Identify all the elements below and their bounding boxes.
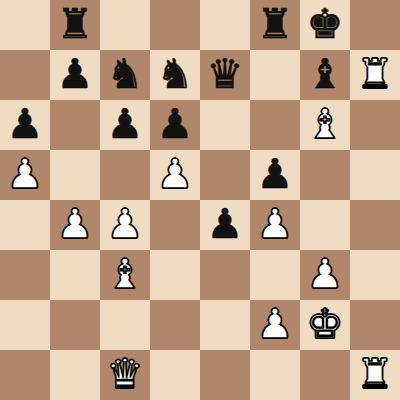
square-d1[interactable] xyxy=(150,350,200,400)
square-f2[interactable]: ♟ xyxy=(250,300,300,350)
black-pawn[interactable]: ♟ xyxy=(257,149,294,199)
square-h4[interactable] xyxy=(350,200,400,250)
square-f3[interactable] xyxy=(250,250,300,300)
square-d8[interactable] xyxy=(150,0,200,50)
square-a7[interactable] xyxy=(0,50,50,100)
square-h3[interactable] xyxy=(350,250,400,300)
white-king[interactable]: ♚ xyxy=(307,299,344,349)
square-d5[interactable]: ♟ xyxy=(150,150,200,200)
square-c7[interactable]: ♞ xyxy=(100,50,150,100)
black-bishop[interactable]: ♝ xyxy=(307,49,344,99)
square-b7[interactable]: ♟ xyxy=(50,50,100,100)
white-pawn[interactable]: ♟ xyxy=(307,249,344,299)
square-h7[interactable]: ♜ xyxy=(350,50,400,100)
square-b3[interactable] xyxy=(50,250,100,300)
black-queen[interactable]: ♛ xyxy=(207,49,244,99)
square-e8[interactable] xyxy=(200,0,250,50)
square-c5[interactable] xyxy=(100,150,150,200)
square-f7[interactable] xyxy=(250,50,300,100)
square-a1[interactable] xyxy=(0,350,50,400)
white-pawn[interactable]: ♟ xyxy=(257,299,294,349)
square-g4[interactable] xyxy=(300,200,350,250)
black-pawn[interactable]: ♟ xyxy=(107,99,144,149)
black-pawn[interactable]: ♟ xyxy=(157,99,194,149)
black-rook[interactable]: ♜ xyxy=(257,0,294,49)
square-b5[interactable] xyxy=(50,150,100,200)
square-e7[interactable]: ♛ xyxy=(200,50,250,100)
square-g8[interactable]: ♚ xyxy=(300,0,350,50)
square-a2[interactable] xyxy=(0,300,50,350)
black-king[interactable]: ♚ xyxy=(307,0,344,49)
black-pawn[interactable]: ♟ xyxy=(7,99,44,149)
square-g6[interactable]: ♝ xyxy=(300,100,350,150)
white-bishop[interactable]: ♝ xyxy=(107,249,144,299)
white-rook[interactable]: ♜ xyxy=(357,49,394,99)
square-b1[interactable] xyxy=(50,350,100,400)
square-d6[interactable]: ♟ xyxy=(150,100,200,150)
square-a6[interactable]: ♟ xyxy=(0,100,50,150)
square-b6[interactable] xyxy=(50,100,100,150)
white-bishop[interactable]: ♝ xyxy=(307,99,344,149)
square-f4[interactable]: ♟ xyxy=(250,200,300,250)
square-c2[interactable] xyxy=(100,300,150,350)
square-e5[interactable] xyxy=(200,150,250,200)
square-b4[interactable]: ♟ xyxy=(50,200,100,250)
black-knight[interactable]: ♞ xyxy=(157,49,194,99)
black-pawn[interactable]: ♟ xyxy=(207,199,244,249)
square-f1[interactable] xyxy=(250,350,300,400)
square-f5[interactable]: ♟ xyxy=(250,150,300,200)
square-b8[interactable]: ♜ xyxy=(50,0,100,50)
square-h1[interactable]: ♜ xyxy=(350,350,400,400)
square-c8[interactable] xyxy=(100,0,150,50)
white-pawn[interactable]: ♟ xyxy=(107,199,144,249)
square-g3[interactable]: ♟ xyxy=(300,250,350,300)
chess-board: ♜♜♚♟♞♞♛♝♜♟♟♟♝♟♟♟♟♟♟♟♝♟♟♚♛♜ xyxy=(0,0,400,400)
square-a8[interactable] xyxy=(0,0,50,50)
black-rook[interactable]: ♜ xyxy=(57,0,94,49)
square-e6[interactable] xyxy=(200,100,250,150)
square-g2[interactable]: ♚ xyxy=(300,300,350,350)
square-h2[interactable] xyxy=(350,300,400,350)
white-pawn[interactable]: ♟ xyxy=(257,199,294,249)
white-pawn[interactable]: ♟ xyxy=(157,149,194,199)
square-e1[interactable] xyxy=(200,350,250,400)
square-f8[interactable]: ♜ xyxy=(250,0,300,50)
square-e3[interactable] xyxy=(200,250,250,300)
square-d4[interactable] xyxy=(150,200,200,250)
white-pawn[interactable]: ♟ xyxy=(7,149,44,199)
square-e4[interactable]: ♟ xyxy=(200,200,250,250)
square-g1[interactable] xyxy=(300,350,350,400)
white-rook[interactable]: ♜ xyxy=(357,349,394,399)
square-a5[interactable]: ♟ xyxy=(0,150,50,200)
square-d7[interactable]: ♞ xyxy=(150,50,200,100)
square-c4[interactable]: ♟ xyxy=(100,200,150,250)
square-c6[interactable]: ♟ xyxy=(100,100,150,150)
square-b2[interactable] xyxy=(50,300,100,350)
square-f6[interactable] xyxy=(250,100,300,150)
square-e2[interactable] xyxy=(200,300,250,350)
black-knight[interactable]: ♞ xyxy=(107,49,144,99)
square-d2[interactable] xyxy=(150,300,200,350)
square-c3[interactable]: ♝ xyxy=(100,250,150,300)
square-h8[interactable] xyxy=(350,0,400,50)
black-pawn[interactable]: ♟ xyxy=(57,49,94,99)
white-queen[interactable]: ♛ xyxy=(107,349,144,399)
square-h5[interactable] xyxy=(350,150,400,200)
square-a3[interactable] xyxy=(0,250,50,300)
square-g5[interactable] xyxy=(300,150,350,200)
square-g7[interactable]: ♝ xyxy=(300,50,350,100)
white-pawn[interactable]: ♟ xyxy=(57,199,94,249)
square-c1[interactable]: ♛ xyxy=(100,350,150,400)
square-h6[interactable] xyxy=(350,100,400,150)
square-d3[interactable] xyxy=(150,250,200,300)
square-a4[interactable] xyxy=(0,200,50,250)
